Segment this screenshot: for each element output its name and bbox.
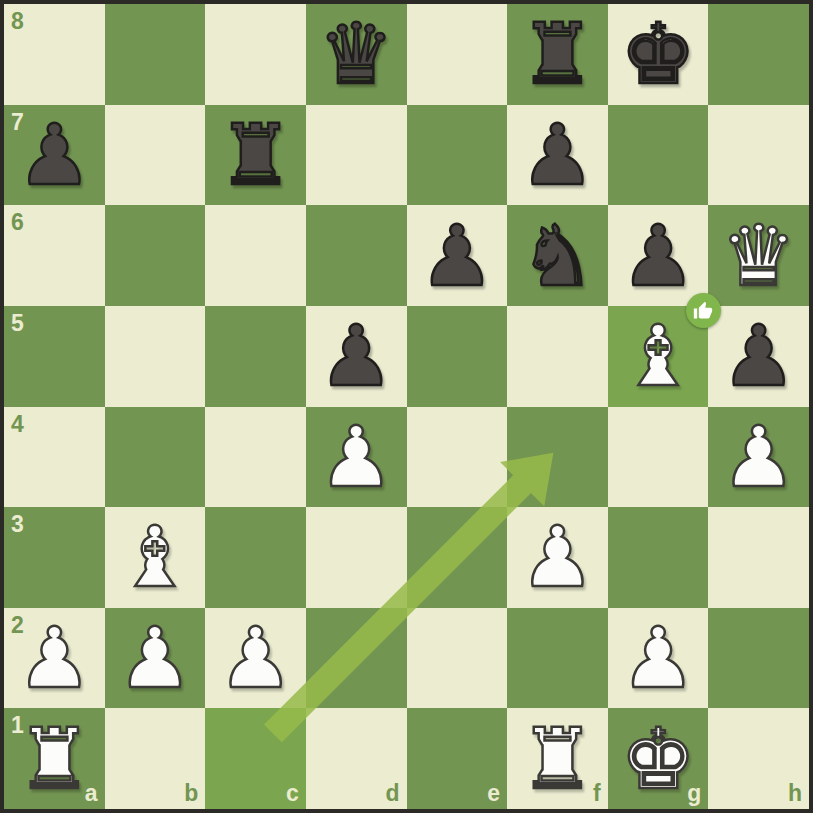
square-f5[interactable] xyxy=(507,306,608,407)
coord-file-d: d xyxy=(385,782,399,805)
square-b4[interactable] xyxy=(105,407,206,508)
piece-black-rook-f8[interactable]: ♜ xyxy=(507,4,608,105)
piece-white-rook-f1[interactable]: ♜ xyxy=(507,708,608,809)
square-h5[interactable]: ♟ xyxy=(708,306,809,407)
square-b7[interactable] xyxy=(105,105,206,206)
coord-rank-6: 6 xyxy=(11,211,24,234)
square-e1[interactable]: e xyxy=(407,708,508,809)
square-d1[interactable]: d xyxy=(306,708,407,809)
coord-rank-8: 8 xyxy=(11,10,24,33)
square-e6[interactable]: ♟ xyxy=(407,205,508,306)
square-a4[interactable]: 4 xyxy=(4,407,105,508)
square-b3[interactable]: ♝ xyxy=(105,507,206,608)
square-c1[interactable]: c xyxy=(205,708,306,809)
piece-black-pawn-f7[interactable]: ♟ xyxy=(507,105,608,206)
piece-black-pawn-g6[interactable]: ♟ xyxy=(608,205,709,306)
square-f1[interactable]: f♜ xyxy=(507,708,608,809)
square-a7[interactable]: 7♟ xyxy=(4,105,105,206)
square-a6[interactable]: 6 xyxy=(4,205,105,306)
square-g1[interactable]: g♚ xyxy=(608,708,709,809)
piece-black-king-g8[interactable]: ♚ xyxy=(608,4,709,105)
piece-white-pawn-a2[interactable]: ♟ xyxy=(4,608,105,709)
square-d5[interactable]: ♟ xyxy=(306,306,407,407)
square-g4[interactable] xyxy=(608,407,709,508)
square-a5[interactable]: 5 xyxy=(4,306,105,407)
coord-file-b: b xyxy=(184,782,198,805)
square-b1[interactable]: b xyxy=(105,708,206,809)
thumbs-up-icon xyxy=(693,301,713,321)
square-f8[interactable]: ♜ xyxy=(507,4,608,105)
square-e2[interactable] xyxy=(407,608,508,709)
square-c2[interactable]: ♟ xyxy=(205,608,306,709)
square-g3[interactable] xyxy=(608,507,709,608)
square-c8[interactable] xyxy=(205,4,306,105)
square-h4[interactable]: ♟ xyxy=(708,407,809,508)
square-a3[interactable]: 3 xyxy=(4,507,105,608)
square-c3[interactable] xyxy=(205,507,306,608)
square-d3[interactable] xyxy=(306,507,407,608)
square-d8[interactable]: ♛ xyxy=(306,4,407,105)
square-g7[interactable] xyxy=(608,105,709,206)
square-a8[interactable]: 8 xyxy=(4,4,105,105)
square-a2[interactable]: 2♟ xyxy=(4,608,105,709)
square-f6[interactable]: ♞ xyxy=(507,205,608,306)
square-d4[interactable]: ♟ xyxy=(306,407,407,508)
square-f2[interactable] xyxy=(507,608,608,709)
square-e8[interactable] xyxy=(407,4,508,105)
piece-white-pawn-b2[interactable]: ♟ xyxy=(105,608,206,709)
square-g6[interactable]: ♟ xyxy=(608,205,709,306)
coord-file-h: h xyxy=(788,782,802,805)
piece-white-pawn-d4[interactable]: ♟ xyxy=(306,407,407,508)
coord-file-c: c xyxy=(286,782,299,805)
coord-rank-5: 5 xyxy=(11,312,24,335)
square-h3[interactable] xyxy=(708,507,809,608)
square-b2[interactable]: ♟ xyxy=(105,608,206,709)
square-d7[interactable] xyxy=(306,105,407,206)
piece-white-king-g1[interactable]: ♚ xyxy=(608,708,709,809)
square-h7[interactable] xyxy=(708,105,809,206)
square-h6[interactable]: ♛ xyxy=(708,205,809,306)
piece-white-pawn-f3[interactable]: ♟ xyxy=(507,507,608,608)
square-d6[interactable] xyxy=(306,205,407,306)
square-b5[interactable] xyxy=(105,306,206,407)
piece-white-bishop-b3[interactable]: ♝ xyxy=(105,507,206,608)
piece-white-rook-a1[interactable]: ♜ xyxy=(4,708,105,809)
piece-black-rook-c7[interactable]: ♜ xyxy=(205,105,306,206)
square-f7[interactable]: ♟ xyxy=(507,105,608,206)
square-a1[interactable]: 1a♜ xyxy=(4,708,105,809)
square-h2[interactable] xyxy=(708,608,809,709)
square-e7[interactable] xyxy=(407,105,508,206)
piece-white-queen-h6[interactable]: ♛ xyxy=(708,205,809,306)
coord-rank-3: 3 xyxy=(11,513,24,536)
square-f4[interactable] xyxy=(507,407,608,508)
square-f3[interactable]: ♟ xyxy=(507,507,608,608)
coord-file-e: e xyxy=(487,782,500,805)
piece-white-pawn-g2[interactable]: ♟ xyxy=(608,608,709,709)
piece-black-queen-d8[interactable]: ♛ xyxy=(306,4,407,105)
square-e4[interactable] xyxy=(407,407,508,508)
piece-white-pawn-c2[interactable]: ♟ xyxy=(205,608,306,709)
piece-black-pawn-e6[interactable]: ♟ xyxy=(407,205,508,306)
square-c7[interactable]: ♜ xyxy=(205,105,306,206)
square-h8[interactable] xyxy=(708,4,809,105)
piece-black-pawn-a7[interactable]: ♟ xyxy=(4,105,105,206)
square-b6[interactable] xyxy=(105,205,206,306)
coord-rank-4: 4 xyxy=(11,413,24,436)
chess-board: 8♛♜♚7♟♜♟6♟♞♟♛5♟♝♟4♟♟3♝♟2♟♟♟♟1a♜bcdef♜g♚h xyxy=(4,4,809,809)
square-c6[interactable] xyxy=(205,205,306,306)
piece-white-pawn-h4[interactable]: ♟ xyxy=(708,407,809,508)
square-c5[interactable] xyxy=(205,306,306,407)
square-d2[interactable] xyxy=(306,608,407,709)
square-c4[interactable] xyxy=(205,407,306,508)
square-h1[interactable]: h xyxy=(708,708,809,809)
piece-black-pawn-h5[interactable]: ♟ xyxy=(708,306,809,407)
square-e3[interactable] xyxy=(407,507,508,608)
square-b8[interactable] xyxy=(105,4,206,105)
piece-black-pawn-d5[interactable]: ♟ xyxy=(306,306,407,407)
piece-black-knight-f6[interactable]: ♞ xyxy=(507,205,608,306)
square-g2[interactable]: ♟ xyxy=(608,608,709,709)
square-g8[interactable]: ♚ xyxy=(608,4,709,105)
square-e5[interactable] xyxy=(407,306,508,407)
